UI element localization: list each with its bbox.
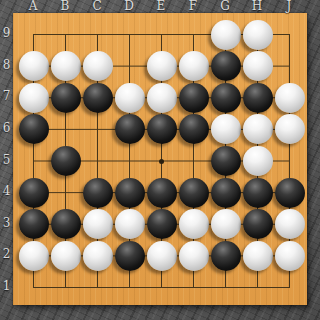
- stone-black-A6: [19, 114, 49, 144]
- go-board-diagram: ABCDEFGHJ987654321: [0, 0, 320, 320]
- stone-white-A8: [19, 51, 49, 81]
- column-label-G: G: [215, 0, 235, 13]
- stone-white-C8: [83, 51, 113, 81]
- stone-white-G6: [211, 114, 241, 144]
- column-label-A: A: [23, 0, 43, 13]
- stone-white-G3: [211, 209, 241, 239]
- stone-black-H3: [243, 209, 273, 239]
- stone-black-C7: [83, 83, 113, 113]
- stone-white-A2: [19, 241, 49, 271]
- stone-black-B5: [51, 146, 81, 176]
- stone-white-F8: [179, 51, 209, 81]
- stone-black-D6: [115, 114, 145, 144]
- stone-white-B2: [51, 241, 81, 271]
- stone-black-D2: [115, 241, 145, 271]
- row-label-6: 6: [0, 122, 13, 135]
- stone-black-B3: [51, 209, 81, 239]
- stone-black-H4: [243, 178, 273, 208]
- column-label-B: B: [55, 0, 75, 13]
- stone-white-F2: [179, 241, 209, 271]
- stone-black-E4: [147, 178, 177, 208]
- stone-white-H5: [243, 146, 273, 176]
- stone-black-J4: [275, 178, 305, 208]
- row-label-1: 1: [0, 280, 13, 293]
- stone-white-A7: [19, 83, 49, 113]
- board-grid[interactable]: [33, 34, 290, 288]
- column-label-E: E: [151, 0, 171, 13]
- stone-black-G8: [211, 51, 241, 81]
- stone-white-E2: [147, 241, 177, 271]
- stone-black-D4: [115, 178, 145, 208]
- row-label-5: 5: [0, 154, 13, 167]
- column-label-C: C: [87, 0, 107, 13]
- stone-white-B8: [51, 51, 81, 81]
- stone-black-C4: [83, 178, 113, 208]
- row-label-2: 2: [0, 248, 13, 261]
- column-label-F: F: [183, 0, 203, 13]
- stone-white-D7: [115, 83, 145, 113]
- stone-white-G9: [211, 20, 241, 50]
- row-label-8: 8: [0, 59, 13, 72]
- stone-white-E8: [147, 51, 177, 81]
- stone-white-J6: [275, 114, 305, 144]
- stone-white-C3: [83, 209, 113, 239]
- column-label-J: J: [279, 0, 299, 13]
- stone-black-A4: [19, 178, 49, 208]
- stone-white-C2: [83, 241, 113, 271]
- stone-white-J3: [275, 209, 305, 239]
- go-board: [13, 13, 307, 305]
- stone-black-B7: [51, 83, 81, 113]
- stone-black-E3: [147, 209, 177, 239]
- row-label-4: 4: [0, 185, 13, 198]
- stone-white-J2: [275, 241, 305, 271]
- stone-black-F6: [179, 114, 209, 144]
- stone-black-G5: [211, 146, 241, 176]
- stone-white-H9: [243, 20, 273, 50]
- stone-white-E7: [147, 83, 177, 113]
- stone-black-E6: [147, 114, 177, 144]
- stone-black-G2: [211, 241, 241, 271]
- stone-white-F3: [179, 209, 209, 239]
- stone-black-A3: [19, 209, 49, 239]
- column-label-D: D: [119, 0, 139, 13]
- row-label-9: 9: [0, 27, 13, 40]
- stone-black-G4: [211, 178, 241, 208]
- stone-black-G7: [211, 83, 241, 113]
- row-label-7: 7: [0, 90, 13, 103]
- stone-white-J7: [275, 83, 305, 113]
- hoshi-point-E5: [159, 159, 164, 164]
- stone-black-F4: [179, 178, 209, 208]
- stone-white-D3: [115, 209, 145, 239]
- stone-black-H7: [243, 83, 273, 113]
- column-label-H: H: [247, 0, 267, 13]
- stone-white-H8: [243, 51, 273, 81]
- stone-white-H6: [243, 114, 273, 144]
- row-label-3: 3: [0, 217, 13, 230]
- stone-black-F7: [179, 83, 209, 113]
- stone-white-H2: [243, 241, 273, 271]
